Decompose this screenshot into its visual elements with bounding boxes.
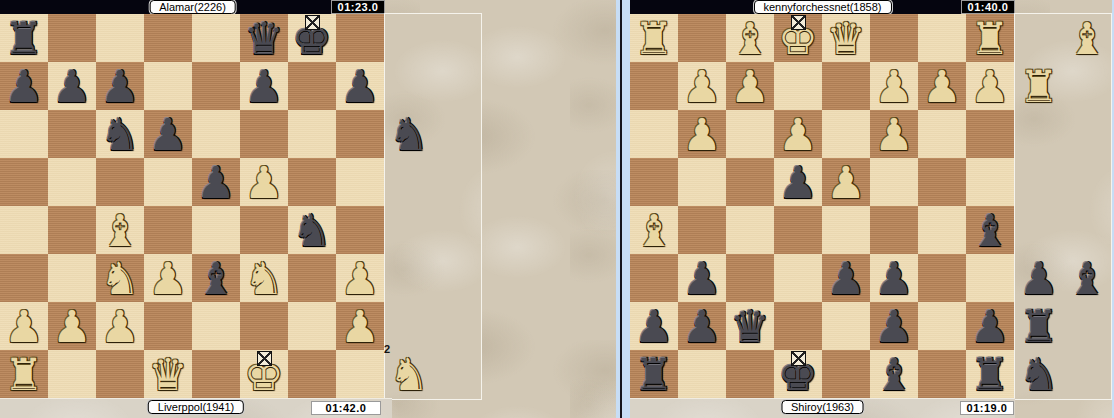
square-h6[interactable] (336, 110, 384, 158)
square-d6[interactable]: ♟ (144, 110, 192, 158)
piece-white-pawn[interactable]: ♟ (48, 302, 96, 350)
square-h5[interactable] (336, 158, 384, 206)
square-b7[interactable]: ♟ (48, 62, 96, 110)
square-b1[interactable] (48, 350, 96, 398)
square-d5[interactable] (822, 206, 870, 254)
left-top-clock: 01:23.0 (331, 0, 385, 14)
square-f2[interactable]: ♟ (726, 62, 774, 110)
piece-white-pawn[interactable]: ♟ (726, 62, 774, 110)
square-g1[interactable] (288, 350, 336, 398)
piece-black-bishop[interactable]: ♝ (966, 206, 1014, 254)
king-marker-icon (791, 351, 806, 366)
right-bottom-player-button[interactable]: Shiroy(1963) (781, 400, 864, 414)
square-a7[interactable]: ♟ (0, 62, 48, 110)
square-h2[interactable]: ♟ (336, 302, 384, 350)
square-f2[interactable] (240, 302, 288, 350)
piece-black-knight[interactable]: ♞ (96, 110, 144, 158)
piece-white-pawn[interactable]: ♟ (822, 158, 870, 206)
piece-black-bishop[interactable]: ♝ (192, 254, 240, 302)
piece-white-pawn[interactable]: ♟ (144, 254, 192, 302)
square-c7[interactable]: ♟ (96, 62, 144, 110)
square-e4[interactable]: ♟ (774, 158, 822, 206)
square-d4[interactable] (144, 206, 192, 254)
square-h7[interactable]: ♟ (630, 302, 678, 350)
square-g5[interactable] (678, 206, 726, 254)
square-h8[interactable]: ♜ (630, 350, 678, 398)
square-a4[interactable] (0, 206, 48, 254)
piece-white-knight[interactable]: ♞ (385, 350, 433, 398)
left-bottom-player-button[interactable]: Liverppol(1941) (148, 400, 244, 414)
square-b3[interactable] (48, 254, 96, 302)
square-g8[interactable] (678, 350, 726, 398)
piece-white-pawn[interactable]: ♟ (0, 302, 48, 350)
square-d3[interactable]: ♟ (144, 254, 192, 302)
right-bottom-clock: 01:19.0 (960, 401, 1014, 415)
square-h1[interactable]: ♜ (630, 14, 678, 62)
window-divider (616, 0, 630, 418)
square-a5[interactable] (0, 158, 48, 206)
square-b5[interactable] (48, 158, 96, 206)
square-d1[interactable]: ♛ (822, 14, 870, 62)
square-a3[interactable] (966, 110, 1014, 158)
square-d1[interactable]: ♛ (144, 350, 192, 398)
left-bottom-clock: 01:42.0 (311, 401, 381, 415)
square-c4[interactable]: ♝ (96, 206, 144, 254)
piece-black-rook[interactable]: ♜ (1015, 302, 1063, 350)
right-board: ♜♝♚♛♜♟♟♟♟♟♟♟♟♟♟♝♝♟♟♟♟♟♛♟♟♜♚♝♜ (630, 14, 1014, 398)
square-h6[interactable] (630, 254, 678, 302)
square-a6[interactable] (966, 254, 1014, 302)
square-b5[interactable] (918, 206, 966, 254)
piece-white-queen[interactable]: ♛ (822, 14, 870, 62)
piece-black-bishop[interactable]: ♝ (1063, 254, 1111, 302)
square-g8[interactable]: ♚ (288, 14, 336, 62)
right-tray-grid: ♝♜♟♝♜♞ (1015, 14, 1111, 399)
square-c1[interactable] (96, 350, 144, 398)
square-e3[interactable]: ♝ (192, 254, 240, 302)
square-c4[interactable] (870, 158, 918, 206)
holding-slot[interactable]: ♞ (1015, 350, 1063, 398)
piece-black-pawn[interactable]: ♟ (48, 62, 96, 110)
piece-black-knight[interactable]: ♞ (385, 110, 433, 158)
square-e5[interactable] (774, 206, 822, 254)
square-a7[interactable]: ♟ (966, 302, 1014, 350)
piece-white-rook[interactable]: ♜ (1015, 62, 1063, 110)
square-g6[interactable] (288, 110, 336, 158)
square-d8[interactable] (822, 350, 870, 398)
square-g6[interactable]: ♟ (678, 254, 726, 302)
square-a1[interactable]: ♜ (966, 14, 1014, 62)
holding-slot[interactable]: ♞2 (385, 350, 433, 398)
piece-black-pawn[interactable]: ♟ (1015, 254, 1063, 302)
piece-white-pawn[interactable]: ♟ (96, 302, 144, 350)
left-tray-grid: ♞♞2 (385, 14, 481, 399)
square-a2[interactable]: ♟ (0, 302, 48, 350)
square-c8[interactable] (96, 14, 144, 62)
square-a3[interactable] (0, 254, 48, 302)
left-bottombar: Liverppol(1941) 01:42.0 (0, 398, 392, 418)
square-f1[interactable]: ♚ (240, 350, 288, 398)
square-a4[interactable] (966, 158, 1014, 206)
piece-white-pawn[interactable]: ♟ (774, 110, 822, 158)
piece-white-bishop[interactable]: ♝ (1063, 14, 1111, 62)
square-h2[interactable] (630, 62, 678, 110)
square-f1[interactable]: ♝ (726, 14, 774, 62)
piece-white-pawn[interactable]: ♟ (240, 158, 288, 206)
piece-black-pawn[interactable]: ♟ (870, 254, 918, 302)
square-c2[interactable]: ♟ (96, 302, 144, 350)
piece-black-pawn[interactable]: ♟ (822, 254, 870, 302)
piece-black-pawn[interactable]: ♟ (336, 62, 384, 110)
piece-black-pawn[interactable]: ♟ (630, 302, 678, 350)
piece-white-knight[interactable]: ♞ (240, 254, 288, 302)
square-g4[interactable] (678, 158, 726, 206)
king-marker-icon (257, 351, 272, 366)
holding-slot[interactable]: ♝ (1063, 14, 1111, 62)
square-f4[interactable] (240, 206, 288, 254)
piece-black-queen[interactable]: ♛ (240, 14, 288, 62)
right-titlebar: kennyforchessnet(1858) 01:40.0 (630, 0, 1015, 14)
window-divider-line (620, 0, 622, 418)
square-h7[interactable]: ♟ (336, 62, 384, 110)
square-c5[interactable] (870, 206, 918, 254)
holding-slot[interactable]: ♝ (1063, 254, 1111, 302)
piece-white-rook[interactable]: ♜ (630, 14, 678, 62)
bughouse-screen: Alamar(2226) 01:23.0 ♜♛♚♟♟♟♟♟♞♟♟♟♝♞♞♟♝♞♟… (0, 0, 1114, 418)
square-h8[interactable] (336, 14, 384, 62)
square-d6[interactable]: ♟ (822, 254, 870, 302)
piece-black-pawn[interactable]: ♟ (96, 62, 144, 110)
square-b6[interactable] (918, 254, 966, 302)
right-top-clock: 01:40.0 (961, 0, 1015, 14)
square-c6[interactable]: ♞ (96, 110, 144, 158)
square-c7[interactable]: ♟ (870, 302, 918, 350)
square-e4[interactable] (192, 206, 240, 254)
square-f4[interactable] (726, 158, 774, 206)
piece-white-pawn[interactable]: ♟ (336, 302, 384, 350)
right-bottombar: Shiroy(1963) 01:19.0 (630, 398, 1015, 418)
square-b8[interactable] (48, 14, 96, 62)
square-f7[interactable]: ♛ (726, 302, 774, 350)
left-board: ♜♛♚♟♟♟♟♟♞♟♟♟♝♞♞♟♝♞♟♟♟♟♟♜♛♚ (0, 14, 384, 398)
square-a8[interactable]: ♜ (0, 14, 48, 62)
square-g7[interactable] (288, 62, 336, 110)
square-f8[interactable]: ♛ (240, 14, 288, 62)
square-h3[interactable] (630, 110, 678, 158)
piece-white-pawn[interactable]: ♟ (336, 254, 384, 302)
piece-white-pawn[interactable]: ♟ (870, 62, 918, 110)
square-b1[interactable] (918, 14, 966, 62)
holding-slot[interactable]: ♞ (385, 110, 433, 158)
holding-count: 2 (384, 343, 390, 355)
square-h3[interactable]: ♟ (336, 254, 384, 302)
square-e1[interactable] (192, 350, 240, 398)
square-e7[interactable] (192, 62, 240, 110)
piece-white-pawn[interactable]: ♟ (870, 110, 918, 158)
square-d8[interactable] (144, 14, 192, 62)
piece-black-pawn[interactable]: ♟ (144, 110, 192, 158)
square-c6[interactable]: ♟ (870, 254, 918, 302)
square-d7[interactable] (144, 62, 192, 110)
square-d7[interactable] (822, 302, 870, 350)
square-f6[interactable] (726, 254, 774, 302)
square-h4[interactable] (336, 206, 384, 254)
square-e2[interactable] (192, 302, 240, 350)
square-a6[interactable] (0, 110, 48, 158)
square-f8[interactable] (726, 350, 774, 398)
square-d3[interactable] (822, 110, 870, 158)
square-e8[interactable]: ♚ (774, 350, 822, 398)
piece-black-rook[interactable]: ♜ (0, 14, 48, 62)
piece-white-pawn[interactable]: ♟ (918, 62, 966, 110)
square-a2[interactable]: ♟ (966, 62, 1014, 110)
square-a1[interactable]: ♜ (0, 350, 48, 398)
square-a5[interactable]: ♝ (966, 206, 1014, 254)
left-titlebar: Alamar(2226) 01:23.0 (0, 0, 385, 14)
right-top-player-button[interactable]: kennyforchessnet(1858) (753, 0, 891, 14)
piece-white-queen[interactable]: ♛ (144, 350, 192, 398)
piece-black-rook[interactable]: ♜ (966, 350, 1014, 398)
square-b2[interactable]: ♟ (918, 62, 966, 110)
left-top-player-button[interactable]: Alamar(2226) (149, 0, 236, 14)
square-c8[interactable]: ♝ (870, 350, 918, 398)
square-d5[interactable] (144, 158, 192, 206)
square-e1[interactable]: ♚ (774, 14, 822, 62)
piece-white-pawn[interactable]: ♟ (966, 62, 1014, 110)
square-h4[interactable] (630, 158, 678, 206)
square-a8[interactable]: ♜ (966, 350, 1014, 398)
piece-black-pawn[interactable]: ♟ (0, 62, 48, 110)
square-e7[interactable] (774, 302, 822, 350)
square-e6[interactable] (192, 110, 240, 158)
square-f5[interactable]: ♟ (240, 158, 288, 206)
square-f3[interactable]: ♞ (240, 254, 288, 302)
square-g1[interactable] (678, 14, 726, 62)
king-marker-icon (305, 15, 320, 30)
square-d2[interactable] (822, 62, 870, 110)
square-f6[interactable] (240, 110, 288, 158)
square-g4[interactable]: ♞ (288, 206, 336, 254)
piece-black-pawn[interactable]: ♟ (240, 62, 288, 110)
square-b2[interactable]: ♟ (48, 302, 96, 350)
piece-black-pawn[interactable]: ♟ (870, 302, 918, 350)
piece-black-rook[interactable]: ♜ (630, 350, 678, 398)
square-e2[interactable] (774, 62, 822, 110)
square-b6[interactable] (48, 110, 96, 158)
square-c3[interactable]: ♟ (870, 110, 918, 158)
piece-white-rook[interactable]: ♜ (0, 350, 48, 398)
square-c1[interactable] (870, 14, 918, 62)
square-f7[interactable]: ♟ (240, 62, 288, 110)
piece-black-pawn[interactable]: ♟ (678, 254, 726, 302)
square-d4[interactable]: ♟ (822, 158, 870, 206)
square-g3[interactable]: ♟ (678, 110, 726, 158)
square-b8[interactable] (918, 350, 966, 398)
right-holdings-tray: ♝♜♟♝♜♞ (1014, 13, 1112, 400)
piece-black-pawn[interactable]: ♟ (678, 302, 726, 350)
piece-black-pawn[interactable]: ♟ (966, 302, 1014, 350)
piece-white-pawn[interactable]: ♟ (678, 110, 726, 158)
square-e6[interactable] (774, 254, 822, 302)
piece-black-knight[interactable]: ♞ (1015, 350, 1063, 398)
piece-white-rook[interactable]: ♜ (966, 14, 1014, 62)
square-g2[interactable]: ♟ (678, 62, 726, 110)
square-b4[interactable] (918, 158, 966, 206)
square-h5[interactable]: ♝ (630, 206, 678, 254)
holding-slot[interactable]: ♜ (1015, 302, 1063, 350)
holding-slot[interactable]: ♟ (1015, 254, 1063, 302)
piece-black-knight[interactable]: ♞ (288, 206, 336, 254)
square-g7[interactable]: ♟ (678, 302, 726, 350)
square-g3[interactable] (288, 254, 336, 302)
king-marker-icon (791, 15, 806, 30)
piece-black-bishop[interactable]: ♝ (870, 350, 918, 398)
square-c3[interactable]: ♞ (96, 254, 144, 302)
square-b3[interactable] (918, 110, 966, 158)
piece-black-pawn[interactable]: ♟ (192, 158, 240, 206)
square-b4[interactable] (48, 206, 96, 254)
piece-white-knight[interactable]: ♞ (96, 254, 144, 302)
square-c5[interactable] (96, 158, 144, 206)
square-e8[interactable] (192, 14, 240, 62)
square-e5[interactable]: ♟ (192, 158, 240, 206)
square-c2[interactable]: ♟ (870, 62, 918, 110)
square-h1[interactable] (336, 350, 384, 398)
piece-white-bishop[interactable]: ♝ (726, 14, 774, 62)
left-holdings-tray: ♞♞2 (384, 13, 482, 400)
square-d2[interactable] (144, 302, 192, 350)
piece-white-bishop[interactable]: ♝ (630, 206, 678, 254)
piece-white-bishop[interactable]: ♝ (96, 206, 144, 254)
square-g2[interactable] (288, 302, 336, 350)
piece-white-pawn[interactable]: ♟ (678, 62, 726, 110)
piece-black-pawn[interactable]: ♟ (774, 158, 822, 206)
piece-black-queen[interactable]: ♛ (726, 302, 774, 350)
holding-slot[interactable]: ♜ (1015, 62, 1063, 110)
square-f3[interactable] (726, 110, 774, 158)
square-e3[interactable]: ♟ (774, 110, 822, 158)
square-g5[interactable] (288, 158, 336, 206)
square-b7[interactable] (918, 302, 966, 350)
square-f5[interactable] (726, 206, 774, 254)
